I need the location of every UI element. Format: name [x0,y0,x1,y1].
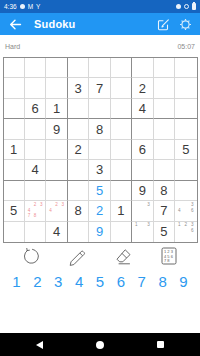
toolbar: 1 2 3 4 5 6 7 8 [0,243,200,269]
cell-r9c8[interactable]: 5 [154,222,175,242]
cell-r6c8[interactable] [154,160,175,180]
num-button-7[interactable]: 7 [133,274,151,289]
cell-r5c5[interactable] [89,140,110,160]
nav-back-icon[interactable] [36,341,43,349]
given-digit: 5 [10,204,17,217]
cell-r2c3[interactable] [46,78,67,98]
num-button-5[interactable]: 5 [91,274,109,289]
cell-r9c3[interactable]: 4 [46,222,67,242]
eraser-icon [113,246,133,266]
location-ring-icon [184,4,189,9]
cell-r8c9[interactable]: 346 [175,201,196,221]
given-digit: 5 [160,225,167,238]
pencil-notes: 3 [132,201,152,220]
user-digit: 5 [96,184,103,197]
cell-r6c9[interactable] [175,160,196,180]
given-digit: 9 [53,123,60,136]
given-digit: 2 [74,143,81,156]
cell-r5c1[interactable]: 1 [4,140,25,160]
sudoku-board: 3726149812654359852347823482137346491351… [3,57,198,243]
given-digit: 4 [32,163,39,176]
app-bar: Sudoku [0,13,200,35]
given-digit: 5 [182,143,189,156]
given-digit: 6 [139,143,146,156]
cell-r7c2[interactable] [25,181,46,201]
cell-r1c7[interactable] [132,58,153,78]
back-button[interactable] [8,17,22,31]
battery-icon [192,3,196,10]
given-digit: 7 [96,82,103,95]
cell-r8c4[interactable]: 8 [68,201,89,221]
gmail-m-icon: M [28,3,33,10]
nav-home-icon[interactable] [96,341,104,349]
cell-r8c5[interactable]: 2 [89,201,110,221]
cell-r7c8[interactable]: 8 [154,181,175,201]
given-digit: 3 [74,82,81,95]
given-digit: 8 [74,204,81,217]
difficulty-label: Hard [5,43,20,50]
cell-r6c4[interactable] [68,160,89,180]
cell-r5c4[interactable]: 2 [68,140,89,160]
given-digit: 4 [139,102,146,115]
cell-r2c1[interactable] [4,78,25,98]
cell-r9c1[interactable] [4,222,25,242]
cell-r9c2[interactable] [25,222,46,242]
svg-text:7 8: 7 8 [164,258,170,263]
cell-r7c4[interactable] [68,181,89,201]
cell-r6c2[interactable]: 4 [25,160,46,180]
cell-r2c4[interactable]: 3 [68,78,89,98]
pencil-notes: 23478 [25,201,45,220]
cell-r4c5[interactable]: 8 [89,119,110,139]
cell-r4c1[interactable] [4,119,25,139]
num-button-4[interactable]: 4 [70,274,88,289]
settings-icon[interactable] [179,18,192,31]
given-digit: 8 [160,184,167,197]
cell-r6c1[interactable] [4,160,25,180]
given-digit: 1 [117,204,124,217]
given-digit: 7 [160,204,167,217]
given-digit: 3 [96,163,103,176]
cell-r3c2[interactable]: 6 [25,99,46,119]
info-row: Hard 05:07 [0,35,200,57]
cell-r8c6[interactable]: 1 [111,201,132,221]
notification-circle-icon [20,4,25,9]
cell-r4c4[interactable] [68,119,89,139]
num-button-9[interactable]: 9 [174,274,192,289]
cell-r5c3[interactable] [46,140,67,160]
cell-r5c9[interactable]: 5 [175,140,196,160]
vpn-y-icon: Y [36,3,40,10]
cell-r1c1[interactable] [4,58,25,78]
sudoku-app: 4:36 M Y Sudoku [0,0,200,356]
cell-r4c6[interactable] [111,119,132,139]
cell-r1c3[interactable] [46,58,67,78]
game-timer: 05:07 [177,43,195,50]
cell-r2c2[interactable] [25,78,46,98]
cell-r6c3[interactable] [46,160,67,180]
given-digit: 1 [10,143,17,156]
eraser-button[interactable] [112,245,134,267]
cell-r5c6[interactable] [111,140,132,160]
data-circle-icon [176,4,181,9]
cell-r1c6[interactable] [111,58,132,78]
cell-r3c9[interactable] [175,99,196,119]
cell-r8c3[interactable]: 234 [46,201,67,221]
cell-r7c9[interactable] [175,181,196,201]
user-digit: 2 [96,204,103,217]
page-title: Sudoku [34,18,76,30]
cell-r5c8[interactable] [154,140,175,160]
cell-r7c5[interactable]: 5 [89,181,110,201]
given-digit: 2 [139,82,146,95]
num-button-8[interactable]: 8 [154,274,172,289]
pencil-notes: 234 [46,201,66,220]
cell-r8c7[interactable]: 3 [132,201,153,221]
cell-r1c4[interactable] [68,58,89,78]
cell-r9c9[interactable]: 1236 [175,222,196,242]
cell-r9c6[interactable] [111,222,132,242]
num-button-2[interactable]: 2 [28,274,46,289]
cell-r6c5[interactable]: 3 [89,160,110,180]
cell-r8c2[interactable]: 23478 [25,201,46,221]
given-digit: 1 [53,102,60,115]
cell-r3c3[interactable]: 1 [46,99,67,119]
cell-r4c3[interactable]: 9 [46,119,67,139]
cell-r9c4[interactable] [68,222,89,242]
numpad: 123456789 [0,269,200,293]
edit-icon[interactable] [157,18,170,31]
cell-r6c6[interactable] [111,160,132,180]
cell-r3c5[interactable] [89,99,110,119]
cell-r7c6[interactable] [111,181,132,201]
cell-r7c1[interactable] [4,181,25,201]
given-digit: 6 [32,102,39,115]
cell-r1c9[interactable] [175,58,196,78]
cell-r9c7[interactable]: 13 [132,222,153,242]
back-arrow-icon [9,18,22,31]
cell-r3c6[interactable] [111,99,132,119]
status-bar: 4:36 M Y [0,0,200,13]
cell-r4c8[interactable] [154,119,175,139]
cell-r2c7[interactable]: 2 [132,78,153,98]
pencil-notes: 346 [175,201,196,220]
cell-r6c7[interactable] [132,160,153,180]
num-button-6[interactable]: 6 [112,274,130,289]
num-button-3[interactable]: 3 [49,274,67,289]
spacer [0,293,200,333]
pencil-icon [67,246,87,266]
pencil-notes: 13 [132,222,152,242]
cell-r4c9[interactable] [175,119,196,139]
cell-r1c8[interactable] [154,58,175,78]
android-nav-bar [0,333,200,356]
cell-r9c5[interactable]: 9 [89,222,110,242]
cell-r3c8[interactable] [154,99,175,119]
notes-grid-icon: 1 2 3 4 5 6 7 8 [160,246,178,266]
nav-recents-icon[interactable] [157,341,165,349]
cell-r4c2[interactable] [25,119,46,139]
cell-r8c1[interactable]: 5 [4,201,25,221]
cell-r3c4[interactable] [68,99,89,119]
cell-r7c7[interactable]: 9 [132,181,153,201]
cell-r2c6[interactable] [111,78,132,98]
given-digit: 9 [139,184,146,197]
cell-r1c5[interactable] [89,58,110,78]
cell-r5c7[interactable]: 6 [132,140,153,160]
cell-r8c8[interactable]: 7 [154,201,175,221]
user-digit: 9 [96,225,103,238]
given-digit: 8 [96,123,103,136]
undo-button[interactable] [20,245,42,267]
notes-mode-button[interactable]: 1 2 3 4 5 6 7 8 [158,245,180,267]
cell-r7c3[interactable] [46,181,67,201]
cell-r5c2[interactable] [25,140,46,160]
cell-r1c2[interactable] [25,58,46,78]
cell-r2c8[interactable] [154,78,175,98]
cell-r3c1[interactable] [4,99,25,119]
undo-icon [21,246,41,266]
status-time: 4:36 [4,3,17,10]
cell-r2c5[interactable]: 7 [89,78,110,98]
pencil-notes: 1236 [175,222,196,242]
pencil-button[interactable] [66,245,88,267]
given-digit: 4 [53,225,60,238]
cell-r3c7[interactable]: 4 [132,99,153,119]
num-button-1[interactable]: 1 [7,274,25,289]
cell-r2c9[interactable] [175,78,196,98]
cell-r4c7[interactable] [132,119,153,139]
